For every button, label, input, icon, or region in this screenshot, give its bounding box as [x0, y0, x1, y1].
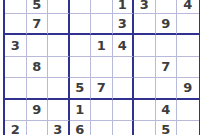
cell-r2c1[interactable] — [5, 0, 27, 14]
cell-r7c3[interactable] — [48, 100, 70, 122]
cell-r8c9[interactable] — [177, 121, 199, 135]
cell-r7c9[interactable] — [177, 100, 199, 122]
cell-r2c9[interactable]: 4 — [177, 0, 199, 14]
cell-r3c1[interactable] — [5, 14, 27, 36]
cell-r4c1[interactable]: 3 — [5, 35, 27, 57]
cell-r5c4[interactable] — [70, 57, 92, 79]
cell-r3c7[interactable] — [134, 14, 156, 36]
cell-r7c2[interactable]: 9 — [27, 100, 49, 122]
cell-r6c7[interactable] — [134, 78, 156, 100]
cell-r7c1[interactable] — [5, 100, 27, 122]
cell-r3c9[interactable] — [177, 14, 199, 36]
cell-r3c2[interactable]: 7 — [27, 14, 49, 36]
cell-r6c2[interactable] — [27, 78, 49, 100]
cell-r6c4[interactable]: 5 — [70, 78, 92, 100]
cell-r5c5[interactable] — [91, 57, 113, 79]
cell-r2c5[interactable] — [91, 0, 113, 14]
cell-r6c3[interactable] — [48, 78, 70, 100]
cell-r6c9[interactable]: 9 — [177, 78, 199, 100]
cell-r8c1[interactable]: 2 — [5, 121, 27, 135]
cell-r5c7[interactable] — [134, 57, 156, 79]
cell-r5c6[interactable] — [113, 57, 135, 79]
cell-r5c9[interactable] — [177, 57, 199, 79]
cell-r3c5[interactable] — [91, 14, 113, 36]
cell-r7c8[interactable]: 4 — [156, 100, 178, 122]
cell-r4c8[interactable] — [156, 35, 178, 57]
cell-r5c2[interactable]: 8 — [27, 57, 49, 79]
cell-r6c5[interactable]: 7 — [91, 78, 113, 100]
cell-r7c6[interactable] — [113, 100, 135, 122]
cell-r2c7[interactable]: 3 — [134, 0, 156, 14]
cell-r4c7[interactable] — [134, 35, 156, 57]
cell-r8c6[interactable] — [113, 121, 135, 135]
cell-r2c3[interactable] — [48, 0, 70, 14]
cell-r2c2[interactable]: 5 — [27, 0, 49, 14]
cell-r5c8[interactable]: 7 — [156, 57, 178, 79]
cell-r2c4[interactable] — [70, 0, 92, 14]
cell-r8c2[interactable] — [27, 121, 49, 135]
cell-r3c4[interactable] — [70, 14, 92, 36]
cell-r7c5[interactable] — [91, 100, 113, 122]
cell-r6c6[interactable] — [113, 78, 135, 100]
cell-r8c8[interactable]: 5 — [156, 121, 178, 135]
cell-r4c3[interactable] — [48, 35, 70, 57]
sudoku-screenshot: 5134739314875799142365 — [0, 0, 200, 135]
cell-r3c8[interactable]: 9 — [156, 14, 178, 36]
cell-r5c1[interactable] — [5, 57, 27, 79]
cell-r4c9[interactable] — [177, 35, 199, 57]
cell-r4c2[interactable] — [27, 35, 49, 57]
cell-r6c1[interactable] — [5, 78, 27, 100]
cell-r8c3[interactable]: 3 — [48, 121, 70, 135]
cell-r4c5[interactable]: 1 — [91, 35, 113, 57]
cell-r2c6[interactable]: 1 — [113, 0, 135, 14]
cell-r4c4[interactable] — [70, 35, 92, 57]
cell-r2c8[interactable] — [156, 0, 178, 14]
cell-r7c4[interactable]: 1 — [70, 100, 92, 122]
cell-r5c3[interactable] — [48, 57, 70, 79]
cell-r8c7[interactable] — [134, 121, 156, 135]
cell-r6c8[interactable] — [156, 78, 178, 100]
cell-r7c7[interactable] — [134, 100, 156, 122]
cell-r4c6[interactable]: 4 — [113, 35, 135, 57]
cell-r3c3[interactable] — [48, 14, 70, 36]
cell-r8c5[interactable] — [91, 121, 113, 135]
cell-r8c4[interactable]: 6 — [70, 121, 92, 135]
sudoku-board: 5134739314875799142365 — [3, 0, 200, 135]
cell-r3c6[interactable]: 3 — [113, 14, 135, 36]
